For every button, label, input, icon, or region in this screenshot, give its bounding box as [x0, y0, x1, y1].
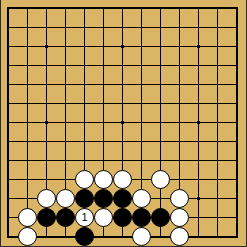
intersection-f12[interactable]	[94, 208, 113, 227]
intersection-i8[interactable]	[151, 132, 170, 151]
intersection-j3[interactable]	[170, 37, 189, 56]
intersection-k9[interactable]	[189, 151, 208, 170]
black-stone	[75, 227, 94, 246]
intersection-l1[interactable]	[208, 0, 227, 18]
intersection-j2[interactable]	[170, 18, 189, 37]
intersection-m4[interactable]	[227, 56, 246, 75]
white-stone	[170, 208, 189, 227]
intersection-b3[interactable]	[18, 37, 37, 56]
intersection-l2[interactable]	[208, 18, 227, 37]
intersection-f8[interactable]	[94, 132, 113, 151]
intersection-k11[interactable]	[189, 189, 208, 208]
intersection-m11[interactable]	[227, 189, 246, 208]
intersection-c1[interactable]	[37, 0, 56, 18]
intersection-c2[interactable]	[37, 18, 56, 37]
intersection-a10[interactable]	[0, 170, 18, 189]
intersection-j13[interactable]	[170, 227, 189, 246]
intersection-e1[interactable]	[75, 0, 94, 18]
intersection-i4[interactable]	[151, 56, 170, 75]
intersection-h12[interactable]	[132, 208, 151, 227]
white-stone	[37, 189, 56, 208]
intersection-f5[interactable]	[94, 75, 113, 94]
intersection-d12[interactable]	[56, 208, 75, 227]
intersection-b12[interactable]	[18, 208, 37, 227]
intersection-i11[interactable]	[151, 189, 170, 208]
intersection-k3[interactable]	[189, 37, 208, 56]
intersection-a11[interactable]	[0, 189, 18, 208]
white-stone	[18, 208, 37, 227]
intersection-e3[interactable]	[75, 37, 94, 56]
black-stone	[56, 208, 75, 227]
intersection-c12[interactable]	[37, 208, 56, 227]
intersection-e6[interactable]	[75, 94, 94, 113]
intersection-d6[interactable]	[56, 94, 75, 113]
intersection-b6[interactable]	[18, 94, 37, 113]
intersection-j12[interactable]	[170, 208, 189, 227]
intersection-l12[interactable]	[208, 208, 227, 227]
intersection-g10[interactable]	[113, 170, 132, 189]
intersection-f1[interactable]	[94, 0, 113, 18]
intersection-b5[interactable]	[18, 75, 37, 94]
intersection-d9[interactable]	[56, 151, 75, 170]
intersection-g11[interactable]	[113, 189, 132, 208]
white-stone	[170, 227, 189, 246]
intersection-d2[interactable]	[56, 18, 75, 37]
intersection-f3[interactable]	[94, 37, 113, 56]
intersection-c5[interactable]	[37, 75, 56, 94]
black-stone	[151, 208, 170, 227]
intersection-m7[interactable]	[227, 113, 246, 132]
intersection-f6[interactable]	[94, 94, 113, 113]
white-stone	[56, 189, 75, 208]
intersection-i1[interactable]	[151, 0, 170, 18]
intersection-i9[interactable]	[151, 151, 170, 170]
intersection-i3[interactable]	[151, 37, 170, 56]
white-stone-move-1: 1	[75, 208, 94, 227]
intersection-k5[interactable]	[189, 75, 208, 94]
intersection-a8[interactable]	[0, 132, 18, 151]
intersection-j6[interactable]	[170, 94, 189, 113]
star-point	[121, 121, 124, 124]
intersection-e2[interactable]	[75, 18, 94, 37]
intersection-e8[interactable]	[75, 132, 94, 151]
go-diagram: 1	[0, 0, 247, 247]
intersection-g8[interactable]	[113, 132, 132, 151]
white-stone	[75, 170, 94, 189]
star-point	[197, 197, 200, 200]
intersection-f2[interactable]	[94, 18, 113, 37]
intersection-d10[interactable]	[56, 170, 75, 189]
intersection-b13[interactable]	[18, 227, 37, 246]
intersection-c8[interactable]	[37, 132, 56, 151]
intersection-k12[interactable]	[189, 208, 208, 227]
intersection-k2[interactable]	[189, 18, 208, 37]
star-point	[197, 121, 200, 124]
intersection-h3[interactable]	[132, 37, 151, 56]
black-stone	[132, 208, 151, 227]
intersection-m8[interactable]	[227, 132, 246, 151]
intersection-h5[interactable]	[132, 75, 151, 94]
intersection-h6[interactable]	[132, 94, 151, 113]
black-stone	[37, 208, 56, 227]
intersection-g2[interactable]	[113, 18, 132, 37]
intersection-f11[interactable]	[94, 189, 113, 208]
intersection-g1[interactable]	[113, 0, 132, 18]
intersection-a5[interactable]	[0, 75, 18, 94]
intersection-e12[interactable]: 1	[75, 208, 94, 227]
white-stone	[132, 227, 151, 246]
white-stone	[18, 227, 37, 246]
intersection-g5[interactable]	[113, 75, 132, 94]
intersection-k1[interactable]	[189, 0, 208, 18]
intersection-d1[interactable]	[56, 0, 75, 18]
intersection-m13[interactable]	[227, 227, 246, 246]
black-stone	[75, 189, 94, 208]
intersection-m6[interactable]	[227, 94, 246, 113]
intersection-i6[interactable]	[151, 94, 170, 113]
intersection-h10[interactable]	[132, 170, 151, 189]
intersection-i12[interactable]	[151, 208, 170, 227]
intersection-j10[interactable]	[170, 170, 189, 189]
intersection-m1[interactable]	[227, 0, 246, 18]
intersection-c10[interactable]	[37, 170, 56, 189]
white-stone	[113, 170, 132, 189]
intersection-l6[interactable]	[208, 94, 227, 113]
white-stone	[170, 189, 189, 208]
intersection-l8[interactable]	[208, 132, 227, 151]
intersection-h11[interactable]	[132, 189, 151, 208]
intersection-c11[interactable]	[37, 189, 56, 208]
intersection-a13[interactable]	[0, 227, 18, 246]
intersection-m5[interactable]	[227, 75, 246, 94]
star-point	[45, 121, 48, 124]
intersection-i2[interactable]	[151, 18, 170, 37]
intersection-h13[interactable]	[132, 227, 151, 246]
intersection-i10[interactable]	[151, 170, 170, 189]
intersection-e9[interactable]	[75, 151, 94, 170]
intersection-e10[interactable]	[75, 170, 94, 189]
intersection-a7[interactable]	[0, 113, 18, 132]
intersection-m9[interactable]	[227, 151, 246, 170]
intersection-h7[interactable]	[132, 113, 151, 132]
intersection-g3[interactable]	[113, 37, 132, 56]
intersection-d13[interactable]	[56, 227, 75, 246]
intersection-f13[interactable]	[94, 227, 113, 246]
intersection-k10[interactable]	[189, 170, 208, 189]
intersection-g7[interactable]	[113, 113, 132, 132]
intersection-d3[interactable]	[56, 37, 75, 56]
intersection-b7[interactable]	[18, 113, 37, 132]
intersection-l10[interactable]	[208, 170, 227, 189]
intersection-g6[interactable]	[113, 94, 132, 113]
intersection-i13[interactable]	[151, 227, 170, 246]
star-point	[121, 45, 124, 48]
intersection-b2[interactable]	[18, 18, 37, 37]
intersection-g4[interactable]	[113, 56, 132, 75]
intersection-l7[interactable]	[208, 113, 227, 132]
intersection-i5[interactable]	[151, 75, 170, 94]
go-board-grid: 1	[0, 0, 246, 246]
black-stone	[94, 189, 113, 208]
intersection-k13[interactable]	[189, 227, 208, 246]
intersection-c13[interactable]	[37, 227, 56, 246]
intersection-c4[interactable]	[37, 56, 56, 75]
intersection-a1[interactable]	[0, 0, 18, 18]
intersection-a9[interactable]	[0, 151, 18, 170]
intersection-h9[interactable]	[132, 151, 151, 170]
intersection-a3[interactable]	[0, 37, 18, 56]
intersection-h1[interactable]	[132, 0, 151, 18]
intersection-a6[interactable]	[0, 94, 18, 113]
intersection-k8[interactable]	[189, 132, 208, 151]
white-stone	[94, 170, 113, 189]
intersection-m2[interactable]	[227, 18, 246, 37]
intersection-m10[interactable]	[227, 170, 246, 189]
intersection-b1[interactable]	[18, 0, 37, 18]
intersection-b10[interactable]	[18, 170, 37, 189]
intersection-d11[interactable]	[56, 189, 75, 208]
intersection-i7[interactable]	[151, 113, 170, 132]
star-point	[45, 45, 48, 48]
intersection-h4[interactable]	[132, 56, 151, 75]
white-stone	[94, 208, 113, 227]
intersection-c3[interactable]	[37, 37, 56, 56]
intersection-h2[interactable]	[132, 18, 151, 37]
intersection-j7[interactable]	[170, 113, 189, 132]
intersection-a4[interactable]	[0, 56, 18, 75]
intersection-k4[interactable]	[189, 56, 208, 75]
intersection-j11[interactable]	[170, 189, 189, 208]
intersection-l4[interactable]	[208, 56, 227, 75]
intersection-c7[interactable]	[37, 113, 56, 132]
intersection-f9[interactable]	[94, 151, 113, 170]
intersection-f10[interactable]	[94, 170, 113, 189]
intersection-b11[interactable]	[18, 189, 37, 208]
intersection-g13[interactable]	[113, 227, 132, 246]
intersection-j5[interactable]	[170, 75, 189, 94]
white-stone	[151, 170, 170, 189]
intersection-c9[interactable]	[37, 151, 56, 170]
intersection-b9[interactable]	[18, 151, 37, 170]
intersection-k6[interactable]	[189, 94, 208, 113]
intersection-g9[interactable]	[113, 151, 132, 170]
intersection-l13[interactable]	[208, 227, 227, 246]
black-stone	[113, 189, 132, 208]
intersection-k7[interactable]	[189, 113, 208, 132]
intersection-l9[interactable]	[208, 151, 227, 170]
intersection-h8[interactable]	[132, 132, 151, 151]
intersection-e13[interactable]	[75, 227, 94, 246]
intersection-d8[interactable]	[56, 132, 75, 151]
intersection-j9[interactable]	[170, 151, 189, 170]
intersection-d7[interactable]	[56, 113, 75, 132]
black-stone	[113, 208, 132, 227]
intersection-a12[interactable]	[0, 208, 18, 227]
white-stone	[132, 189, 151, 208]
intersection-j8[interactable]	[170, 132, 189, 151]
intersection-e7[interactable]	[75, 113, 94, 132]
intersection-m3[interactable]	[227, 37, 246, 56]
intersection-d4[interactable]	[56, 56, 75, 75]
intersection-e5[interactable]	[75, 75, 94, 94]
intersection-f4[interactable]	[94, 56, 113, 75]
intersection-l5[interactable]	[208, 75, 227, 94]
intersection-l3[interactable]	[208, 37, 227, 56]
intersection-a2[interactable]	[0, 18, 18, 37]
intersection-l11[interactable]	[208, 189, 227, 208]
intersection-b8[interactable]	[18, 132, 37, 151]
intersection-j4[interactable]	[170, 56, 189, 75]
intersection-b4[interactable]	[18, 56, 37, 75]
star-point	[197, 45, 200, 48]
intersection-j1[interactable]	[170, 0, 189, 18]
intersection-m12[interactable]	[227, 208, 246, 227]
intersection-e11[interactable]	[75, 189, 94, 208]
intersection-e4[interactable]	[75, 56, 94, 75]
intersection-c6[interactable]	[37, 94, 56, 113]
intersection-f7[interactable]	[94, 113, 113, 132]
intersection-g12[interactable]	[113, 208, 132, 227]
intersection-d5[interactable]	[56, 75, 75, 94]
